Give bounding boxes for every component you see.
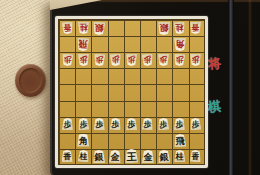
board-cell[interactable] [156, 100, 172, 116]
board-cell[interactable] [140, 20, 156, 36]
piece-gote-pawn[interactable]: 歩 [142, 54, 154, 67]
piece-gote-pawn[interactable]: 歩 [61, 54, 73, 67]
piece-sente-gold[interactable]: 金 [109, 149, 121, 162]
set-hinge-seam [228, 0, 234, 175]
piece-kanji: 歩 [63, 55, 71, 63]
piece-gote-pawn[interactable]: 歩 [174, 54, 186, 67]
frame-kanji-label-red: 将 [207, 56, 221, 70]
board-cell[interactable] [140, 68, 156, 84]
piece-sente-lance[interactable]: 香 [190, 150, 202, 163]
piece-kanji: 角 [175, 39, 184, 48]
board-cell[interactable] [188, 36, 204, 52]
board-cell[interactable]: 飛 [75, 36, 91, 52]
piece-gote-pawn[interactable]: 歩 [78, 54, 89, 66]
piece-kanji: 桂 [176, 23, 184, 31]
board-cell[interactable] [140, 84, 156, 100]
board-cell[interactable]: 香 [59, 20, 75, 36]
piece-kanji: 歩 [143, 55, 151, 63]
piece-sente-silver[interactable]: 銀 [157, 149, 170, 163]
piece-sente-lance[interactable]: 香 [62, 150, 73, 162]
board-cell[interactable] [172, 84, 188, 100]
piece-sente-pawn[interactable]: 歩 [61, 118, 72, 130]
piece-kanji: 桂 [176, 153, 184, 161]
piece-gote-pawn[interactable]: 歩 [158, 54, 169, 66]
piece-sente-pawn[interactable]: 歩 [142, 118, 153, 130]
board-cell[interactable]: 飛 [172, 132, 188, 148]
penny-coin-face [19, 68, 42, 93]
board-cell[interactable]: 香 [59, 148, 75, 164]
piece-kanji: 桂 [79, 23, 87, 31]
piece-kanji: 歩 [63, 121, 71, 129]
piece-sente-pawn[interactable]: 歩 [110, 118, 122, 131]
piece-sente-bishop[interactable]: 角 [77, 134, 89, 147]
penny-coin [15, 64, 46, 97]
board-cell[interactable] [91, 100, 107, 116]
board-cell[interactable] [123, 100, 139, 116]
board-cell[interactable] [123, 68, 139, 84]
board-cell[interactable] [91, 36, 107, 52]
board-cell[interactable] [91, 84, 107, 100]
board-cell[interactable]: 銀 [156, 20, 172, 36]
piece-kanji: 歩 [176, 55, 184, 63]
board-cell[interactable]: 歩 [156, 52, 172, 68]
board-cell[interactable] [156, 36, 172, 52]
board-cell[interactable]: 歩 [123, 116, 139, 132]
board-cell[interactable] [91, 68, 107, 84]
piece-sente-king[interactable]: 王 [125, 149, 138, 163]
piece-gote-silver[interactable]: 銀 [93, 21, 106, 35]
shogi-board-paper: 香桂銀銀桂香飛角歩歩歩歩歩歩歩歩歩歩歩歩歩歩歩歩歩歩角飛香桂銀金王金銀桂香 [55, 16, 208, 168]
set-edge-seam [248, 0, 252, 175]
board-cell[interactable] [188, 84, 204, 100]
piece-kanji: 銀 [159, 152, 168, 161]
piece-kanji: 歩 [127, 121, 135, 129]
piece-kanji: 歩 [192, 55, 200, 63]
board-cell[interactable]: 歩 [75, 52, 91, 68]
board-cell[interactable] [59, 100, 75, 116]
board-cell[interactable] [188, 100, 204, 116]
board-cell[interactable]: 銀 [156, 148, 172, 164]
board-cell[interactable]: 角 [75, 132, 91, 148]
piece-gote-rook[interactable]: 飛 [77, 37, 90, 51]
piece-sente-pawn[interactable]: 歩 [94, 118, 105, 130]
piece-kanji: 歩 [160, 55, 168, 63]
piece-kanji: 金 [143, 152, 152, 161]
piece-kanji: 飛 [175, 136, 184, 145]
board-cell[interactable] [107, 20, 123, 36]
piece-kanji: 歩 [95, 55, 103, 63]
piece-gote-pawn[interactable]: 歩 [110, 54, 121, 66]
piece-gote-pawn[interactable]: 歩 [190, 54, 201, 66]
piece-sente-rook[interactable]: 飛 [173, 133, 186, 147]
piece-kanji: 歩 [79, 121, 87, 129]
piece-kanji: 歩 [176, 121, 184, 129]
piece-gote-bishop[interactable]: 角 [174, 38, 186, 51]
board-cell[interactable] [107, 36, 123, 52]
piece-gote-pawn[interactable]: 歩 [126, 54, 137, 66]
piece-kanji: 歩 [111, 121, 119, 129]
board-cell[interactable] [123, 84, 139, 100]
piece-sente-pawn[interactable]: 歩 [174, 118, 185, 130]
piece-kanji: 香 [63, 153, 71, 161]
piece-sente-pawn[interactable]: 歩 [77, 118, 89, 131]
board-cell[interactable]: 香 [188, 20, 204, 36]
board-cell[interactable] [188, 68, 204, 84]
piece-kanji: 歩 [95, 121, 103, 129]
piece-gote-pawn[interactable]: 歩 [94, 54, 105, 66]
piece-kanji: 香 [192, 153, 200, 161]
piece-kanji: 飛 [78, 38, 87, 47]
board-cell[interactable]: 歩 [59, 52, 75, 68]
board-cell[interactable]: 王 [123, 148, 139, 164]
board-cell[interactable] [172, 100, 188, 116]
board-cell[interactable] [156, 132, 172, 148]
board-cell[interactable]: 歩 [156, 116, 172, 132]
board-cell[interactable]: 歩 [140, 116, 156, 132]
piece-gote-silver[interactable]: 銀 [158, 21, 170, 34]
piece-kanji: 銀 [159, 22, 168, 31]
board-cell[interactable]: 銀 [91, 148, 107, 164]
piece-kanji: 銀 [95, 152, 104, 161]
board-cell[interactable] [107, 68, 123, 84]
board-cell[interactable] [172, 68, 188, 84]
board-cell[interactable] [107, 100, 123, 116]
piece-kanji: 銀 [95, 22, 104, 31]
board-cell[interactable]: 歩 [172, 116, 188, 132]
piece-kanji: 桂 [79, 153, 87, 161]
board-cell[interactable]: 金 [140, 148, 156, 164]
board-cell[interactable] [188, 132, 204, 148]
board-cell[interactable]: 桂 [75, 20, 91, 36]
board-cell[interactable]: 桂 [172, 20, 188, 36]
piece-kanji: 歩 [111, 55, 119, 63]
piece-kanji: 歩 [79, 55, 87, 63]
board-cell[interactable]: 歩 [59, 116, 75, 132]
piece-gote-lance[interactable]: 香 [190, 22, 201, 34]
board-cell[interactable]: 歩 [107, 116, 123, 132]
piece-kanji: 歩 [127, 55, 135, 63]
board-cell[interactable] [75, 84, 91, 100]
board-cell[interactable] [59, 36, 75, 52]
piece-kanji: 角 [79, 137, 88, 146]
board-cell[interactable]: 角 [172, 36, 188, 52]
board-cell[interactable] [140, 36, 156, 52]
board-cell[interactable] [91, 132, 107, 148]
board-cell[interactable] [123, 36, 139, 52]
piece-sente-pawn[interactable]: 歩 [126, 118, 137, 130]
piece-gote-knight[interactable]: 桂 [174, 22, 186, 35]
board-cell[interactable]: 歩 [123, 52, 139, 68]
board-cell[interactable] [59, 132, 75, 148]
board-cell[interactable]: 桂 [75, 148, 91, 164]
piece-gote-lance[interactable]: 香 [61, 22, 73, 35]
board-cell[interactable]: 歩 [75, 116, 91, 132]
piece-kanji: 歩 [143, 121, 151, 129]
board-cell[interactable]: 歩 [91, 52, 107, 68]
board-cell[interactable] [107, 132, 123, 148]
board-cell[interactable] [75, 68, 91, 84]
board-cell[interactable] [59, 68, 75, 84]
board-cell[interactable]: 歩 [107, 52, 123, 68]
piece-kanji: 香 [63, 23, 71, 31]
piece-gote-knight[interactable]: 桂 [78, 22, 89, 34]
board-cell[interactable]: 金 [107, 148, 123, 164]
board-cell[interactable]: 銀 [91, 20, 107, 36]
piece-sente-knight[interactable]: 桂 [77, 150, 89, 163]
board-cell[interactable]: 歩 [172, 52, 188, 68]
piece-kanji: 金 [111, 152, 120, 161]
frame-kanji-label-teal: 棋 [207, 99, 221, 113]
board-cell[interactable] [156, 68, 172, 84]
board-cell[interactable]: 香 [188, 148, 204, 164]
board-cell[interactable] [107, 84, 123, 100]
shogi-board-grid[interactable]: 香桂銀銀桂香飛角歩歩歩歩歩歩歩歩歩歩歩歩歩歩歩歩歩歩角飛香桂銀金王金銀桂香 [58, 19, 205, 165]
board-cell[interactable] [140, 100, 156, 116]
piece-sente-knight[interactable]: 桂 [174, 150, 185, 162]
piece-kanji: 王 [126, 152, 136, 162]
board-cell[interactable]: 歩 [91, 116, 107, 132]
board-cell[interactable]: 歩 [140, 52, 156, 68]
board-cell[interactable] [59, 84, 75, 100]
board-cell[interactable] [123, 132, 139, 148]
board-cell[interactable] [140, 132, 156, 148]
board-cell[interactable]: 桂 [172, 148, 188, 164]
board-cell[interactable] [123, 20, 139, 36]
piece-kanji: 香 [192, 23, 200, 31]
board-cell[interactable] [156, 84, 172, 100]
piece-kanji: 歩 [160, 121, 168, 129]
piece-sente-gold[interactable]: 金 [141, 149, 153, 162]
piece-kanji: 歩 [192, 121, 200, 129]
photo-scene: 将 棋 香桂銀銀桂香飛角歩歩歩歩歩歩歩歩歩歩歩歩歩歩歩歩歩歩角飛香桂銀金王金銀桂… [0, 0, 260, 175]
piece-sente-pawn[interactable]: 歩 [158, 118, 169, 130]
board-cell[interactable] [75, 100, 91, 116]
piece-sente-silver[interactable]: 銀 [93, 149, 105, 162]
piece-sente-pawn[interactable]: 歩 [190, 118, 202, 131]
board-cell[interactable]: 歩 [188, 116, 204, 132]
board-cell[interactable]: 歩 [188, 52, 204, 68]
